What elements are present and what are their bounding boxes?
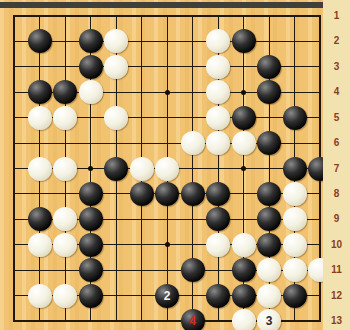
stone-white[interactable] <box>155 157 179 181</box>
stone-white[interactable] <box>283 233 307 257</box>
stone-white[interactable] <box>206 106 230 130</box>
stone-black[interactable] <box>232 106 256 130</box>
stone-black[interactable] <box>79 55 103 79</box>
stone-black[interactable] <box>28 80 52 104</box>
stone-white[interactable] <box>257 284 281 308</box>
stone-black[interactable] <box>104 157 128 181</box>
row-coordinate-label: 13 <box>323 315 350 327</box>
stone-white[interactable] <box>28 106 52 130</box>
stone-black[interactable] <box>181 258 205 282</box>
stone-white[interactable] <box>283 207 307 231</box>
stone-black[interactable] <box>206 207 230 231</box>
stone-black[interactable] <box>232 29 256 53</box>
stone-white[interactable] <box>53 157 77 181</box>
stone-black[interactable] <box>181 309 205 330</box>
stone-black[interactable] <box>232 284 256 308</box>
stone-black[interactable] <box>79 233 103 257</box>
stone-white[interactable] <box>104 29 128 53</box>
row-coordinate-label: 1 <box>323 10 350 22</box>
stone-white[interactable] <box>53 106 77 130</box>
stone-black[interactable] <box>206 182 230 206</box>
row-coordinate-label: 5 <box>323 112 350 124</box>
stone-white[interactable] <box>130 157 154 181</box>
star-point <box>88 166 93 171</box>
stone-white[interactable] <box>53 284 77 308</box>
stone-black[interactable] <box>28 207 52 231</box>
stone-white[interactable] <box>232 131 256 155</box>
row-coordinate-label: 10 <box>323 239 350 251</box>
stone-black[interactable] <box>257 131 281 155</box>
stone-black[interactable] <box>257 233 281 257</box>
stone-black[interactable] <box>283 157 307 181</box>
star-point <box>241 166 246 171</box>
stone-white[interactable] <box>257 309 281 330</box>
stone-black[interactable] <box>232 258 256 282</box>
stone-white[interactable] <box>232 233 256 257</box>
stone-white[interactable] <box>206 29 230 53</box>
stone-white[interactable] <box>104 106 128 130</box>
stone-white[interactable] <box>232 309 256 330</box>
row-coordinate-label: 6 <box>323 137 350 149</box>
stone-black[interactable] <box>130 182 154 206</box>
row-coordinate-label: 9 <box>323 213 350 225</box>
coordinate-label-strip: 12345678910111213 <box>323 0 350 330</box>
row-coordinate-label: 3 <box>323 61 350 73</box>
stone-white[interactable] <box>206 233 230 257</box>
stone-white[interactable] <box>283 258 307 282</box>
stone-white[interactable] <box>79 80 103 104</box>
stone-black[interactable] <box>79 258 103 282</box>
stone-white[interactable] <box>28 233 52 257</box>
row-coordinate-label: 11 <box>323 264 350 276</box>
stone-black[interactable] <box>79 284 103 308</box>
go-board[interactable]: 234 <box>0 0 323 330</box>
stone-black[interactable] <box>155 284 179 308</box>
row-coordinate-label: 4 <box>323 86 350 98</box>
top-dark-band <box>0 2 323 8</box>
stone-black[interactable] <box>257 182 281 206</box>
stone-black[interactable] <box>257 55 281 79</box>
star-point <box>165 242 170 247</box>
stone-black[interactable] <box>155 182 179 206</box>
stone-black[interactable] <box>79 29 103 53</box>
row-coordinate-label: 12 <box>323 290 350 302</box>
go-game-screenshot: 234 12345678910111213 <box>0 0 350 330</box>
row-coordinate-label: 7 <box>323 163 350 175</box>
row-coordinate-label: 8 <box>323 188 350 200</box>
stone-white[interactable] <box>257 258 281 282</box>
stone-white[interactable] <box>53 233 77 257</box>
stone-white[interactable] <box>104 55 128 79</box>
stone-white[interactable] <box>283 182 307 206</box>
star-point <box>241 90 246 95</box>
stone-white[interactable] <box>28 157 52 181</box>
stone-black[interactable] <box>206 284 230 308</box>
stone-white[interactable] <box>206 80 230 104</box>
stone-black[interactable] <box>257 207 281 231</box>
stone-black[interactable] <box>283 284 307 308</box>
stone-black[interactable] <box>181 182 205 206</box>
stone-black[interactable] <box>79 207 103 231</box>
stone-black[interactable] <box>79 182 103 206</box>
stone-black[interactable] <box>283 106 307 130</box>
row-coordinate-label: 2 <box>323 35 350 47</box>
stone-white[interactable] <box>206 131 230 155</box>
stone-white[interactable] <box>28 284 52 308</box>
stone-black[interactable] <box>53 80 77 104</box>
stone-black[interactable] <box>257 80 281 104</box>
stone-white[interactable] <box>206 55 230 79</box>
stone-white[interactable] <box>53 207 77 231</box>
stone-black[interactable] <box>28 29 52 53</box>
star-point <box>165 90 170 95</box>
stone-white[interactable] <box>181 131 205 155</box>
